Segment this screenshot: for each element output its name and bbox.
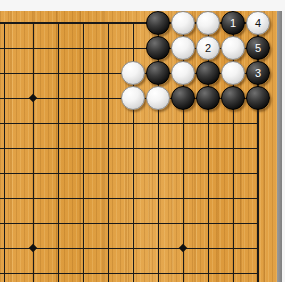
stone-black [146, 61, 170, 85]
star-point [179, 244, 187, 252]
stone-white [221, 36, 245, 60]
grid-line-h [0, 148, 259, 149]
move-number-label: 4 [255, 18, 261, 29]
grid-line-v [4, 22, 5, 282]
stone-black-move-1: 1 [221, 11, 245, 35]
stone-black-move-3: 3 [246, 61, 270, 85]
stone-black [221, 86, 245, 110]
stone-black [196, 61, 220, 85]
stone-white [196, 11, 220, 35]
move-number-label: 3 [255, 68, 261, 79]
stone-white-move-4: 4 [246, 11, 270, 35]
star-point [29, 94, 37, 102]
stone-white-move-2: 2 [196, 36, 220, 60]
stone-black [171, 86, 195, 110]
grid-line-h [0, 198, 259, 199]
stone-white [121, 86, 145, 110]
grid-line-h [0, 248, 259, 249]
stone-black [196, 86, 220, 110]
stone-white [146, 86, 170, 110]
grid-line-v [58, 22, 59, 282]
go-diagram: 14253 [0, 0, 285, 282]
stone-black-move-5: 5 [246, 36, 270, 60]
stone-black [146, 11, 170, 35]
stone-black [146, 36, 170, 60]
stone-white [171, 11, 195, 35]
grid-line-h [0, 223, 259, 224]
stone-white [171, 61, 195, 85]
board-side-shadow [277, 11, 282, 282]
stone-white [221, 61, 245, 85]
grid-line-h [0, 173, 259, 174]
go-board[interactable]: 14253 [0, 11, 277, 282]
grid-line-h [0, 123, 259, 124]
stone-white [121, 61, 145, 85]
star-point [29, 244, 37, 252]
stone-white [171, 36, 195, 60]
grid-line-v [83, 22, 84, 282]
grid-line-h [0, 273, 259, 274]
move-number-label: 1 [230, 18, 236, 29]
stone-black [246, 86, 270, 110]
move-number-label: 2 [205, 43, 211, 54]
grid-line-v [108, 22, 109, 282]
move-number-label: 5 [255, 43, 261, 54]
